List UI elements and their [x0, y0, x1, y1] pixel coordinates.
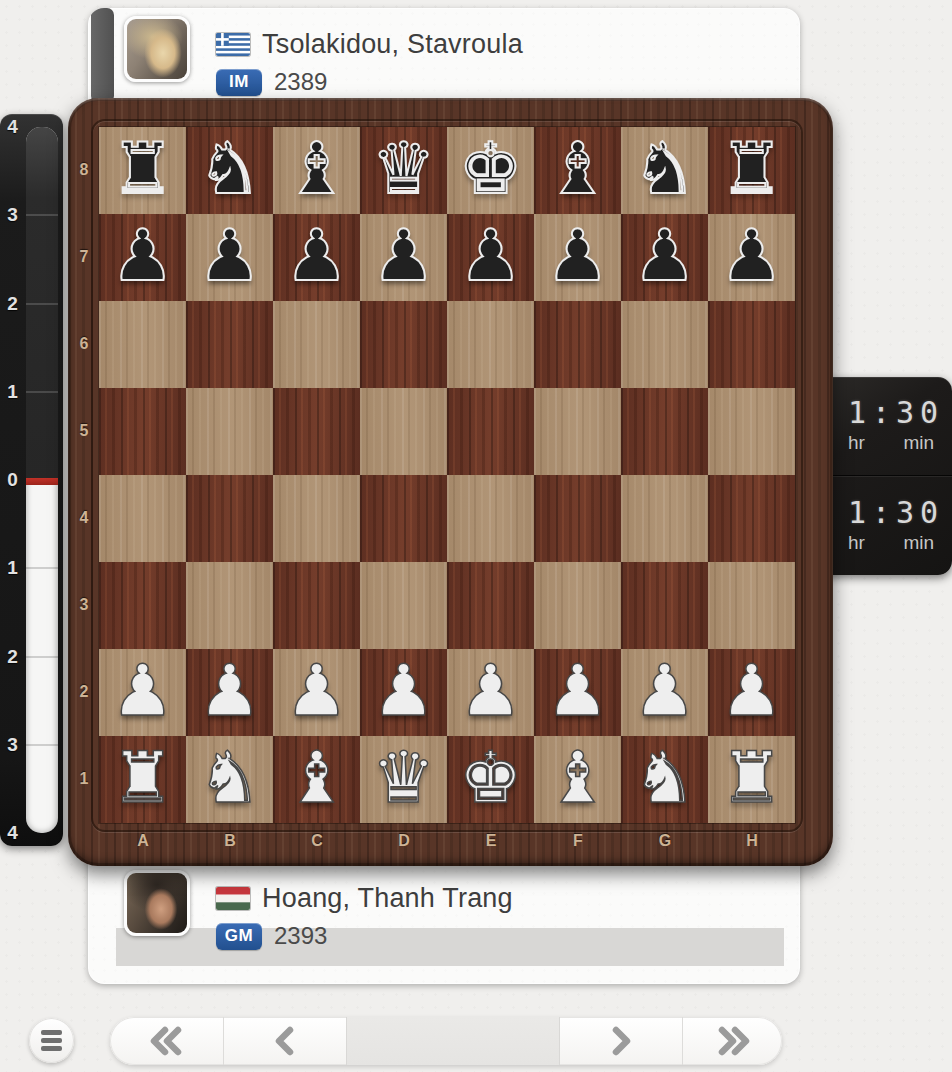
file-label-g: G — [655, 832, 675, 850]
eval-label-black-4: 4 — [2, 822, 23, 844]
square-d5 — [360, 388, 447, 475]
square-c1: ♝ — [273, 736, 360, 823]
board-grid: ♜♞♝♛♚♝♞♜♟♟♟♟♟♟♟♟♟♟♟♟♟♟♟♟♜♞♝♛♚♝♞♜ — [99, 127, 795, 823]
square-f6 — [534, 301, 621, 388]
square-f3 — [534, 562, 621, 649]
square-b7: ♟ — [186, 214, 273, 301]
square-e5 — [447, 388, 534, 475]
black-pawn: ♟ — [546, 220, 610, 296]
rank-label-5: 5 — [74, 422, 94, 440]
square-c6 — [273, 301, 360, 388]
black-queen: ♛ — [372, 133, 436, 209]
square-g2: ♟ — [621, 649, 708, 736]
square-b3 — [186, 562, 273, 649]
avatar-top-player — [124, 16, 190, 82]
square-a6 — [99, 301, 186, 388]
hungary-flag-icon — [216, 887, 250, 910]
black-pawn: ♟ — [285, 220, 349, 296]
eval-label-black-2: 2 — [2, 646, 23, 668]
clock-top-hr-label: hr — [848, 432, 865, 454]
first-move-button[interactable] — [110, 1017, 223, 1065]
top-player-title-badge: IM — [216, 69, 262, 96]
clock-top-min-label: min — [903, 432, 934, 454]
file-label-d: D — [394, 832, 414, 850]
square-h7: ♟ — [708, 214, 795, 301]
step-backward-icon — [270, 1025, 300, 1057]
rank-label-6: 6 — [74, 335, 94, 353]
bottom-player-title-badge: GM — [216, 923, 262, 950]
square-g5 — [621, 388, 708, 475]
eval-label-white-3: 3 — [2, 204, 23, 226]
step-forward-icon — [606, 1025, 636, 1057]
square-f1: ♝ — [534, 736, 621, 823]
clock-bottom-min-label: min — [903, 532, 934, 554]
file-label-f: F — [568, 832, 588, 850]
square-a7: ♟ — [99, 214, 186, 301]
white-queen: ♛ — [372, 742, 436, 818]
square-c7: ♟ — [273, 214, 360, 301]
square-d3 — [360, 562, 447, 649]
fast-forward-icon — [711, 1025, 755, 1057]
black-pawn: ♟ — [372, 220, 436, 296]
white-bishop: ♝ — [285, 742, 349, 818]
white-pawn: ♟ — [198, 655, 262, 731]
last-move-button[interactable] — [682, 1017, 782, 1065]
square-d4 — [360, 475, 447, 562]
gauge-tick — [26, 214, 58, 216]
square-c4 — [273, 475, 360, 562]
rank-label-3: 3 — [74, 596, 94, 614]
evaluation-gauge — [26, 127, 58, 833]
square-h6 — [708, 301, 795, 388]
square-f4 — [534, 475, 621, 562]
eval-label-white-1: 1 — [2, 381, 23, 403]
black-pawn: ♟ — [459, 220, 523, 296]
file-label-b: B — [220, 832, 240, 850]
top-player-name: Tsolakidou, Stavroula — [262, 29, 523, 60]
square-g3 — [621, 562, 708, 649]
square-a4 — [99, 475, 186, 562]
square-e7: ♟ — [447, 214, 534, 301]
file-label-c: C — [307, 832, 327, 850]
greece-flag-icon — [216, 33, 250, 56]
square-e3 — [447, 562, 534, 649]
gauge-tick — [26, 303, 58, 305]
clock-bottom-hr-label: hr — [848, 532, 865, 554]
square-a1: ♜ — [99, 736, 186, 823]
square-a5 — [99, 388, 186, 475]
square-d6 — [360, 301, 447, 388]
square-e6 — [447, 301, 534, 388]
white-rook: ♜ — [111, 742, 175, 818]
square-g1: ♞ — [621, 736, 708, 823]
square-g8: ♞ — [621, 127, 708, 214]
black-pawn: ♟ — [720, 220, 784, 296]
square-e2: ♟ — [447, 649, 534, 736]
white-pawn: ♟ — [720, 655, 784, 731]
file-label-e: E — [481, 832, 501, 850]
rank-label-2: 2 — [74, 683, 94, 701]
square-h8: ♜ — [708, 127, 795, 214]
clock-bottom-time: 1:30 — [824, 477, 952, 530]
square-c3 — [273, 562, 360, 649]
square-a8: ♜ — [99, 127, 186, 214]
white-bishop: ♝ — [546, 742, 610, 818]
gauge-zero-line — [26, 478, 58, 485]
black-knight: ♞ — [198, 133, 262, 209]
bottom-player-rating: 2393 — [274, 922, 327, 950]
square-d7: ♟ — [360, 214, 447, 301]
white-pawn: ♟ — [111, 655, 175, 731]
move-slider[interactable] — [346, 1017, 560, 1065]
square-c5 — [273, 388, 360, 475]
white-pawn: ♟ — [372, 655, 436, 731]
square-g7: ♟ — [621, 214, 708, 301]
black-king: ♚ — [459, 133, 523, 209]
rank-label-4: 4 — [74, 509, 94, 527]
gauge-tick — [26, 744, 58, 746]
gauge-tick — [26, 391, 58, 393]
square-f8: ♝ — [534, 127, 621, 214]
white-pawn: ♟ — [459, 655, 523, 731]
white-knight: ♞ — [198, 742, 262, 818]
next-move-button[interactable] — [560, 1017, 682, 1065]
eval-label-white-2: 2 — [2, 293, 23, 315]
square-e1: ♚ — [447, 736, 534, 823]
eval-label-0: 0 — [2, 469, 23, 491]
square-f7: ♟ — [534, 214, 621, 301]
black-pawn: ♟ — [633, 220, 697, 296]
white-king: ♚ — [459, 742, 523, 818]
square-d2: ♟ — [360, 649, 447, 736]
clock-bottom: 1:30 hr min — [824, 476, 952, 575]
black-knight: ♞ — [633, 133, 697, 209]
square-b2: ♟ — [186, 649, 273, 736]
eval-label-black-1: 1 — [2, 557, 23, 579]
menu-button[interactable] — [29, 1018, 74, 1063]
square-b4 — [186, 475, 273, 562]
move-navigation-bar — [110, 1017, 782, 1065]
square-b5 — [186, 388, 273, 475]
rank-label-8: 8 — [74, 161, 94, 179]
square-f2: ♟ — [534, 649, 621, 736]
square-e4 — [447, 475, 534, 562]
square-e8: ♚ — [447, 127, 534, 214]
file-label-a: A — [133, 832, 153, 850]
rank-label-7: 7 — [74, 248, 94, 266]
file-label-h: H — [742, 832, 762, 850]
black-pawn: ♟ — [198, 220, 262, 296]
gauge-tick — [26, 567, 58, 569]
square-h1: ♜ — [708, 736, 795, 823]
square-g6 — [621, 301, 708, 388]
black-bishop: ♝ — [546, 133, 610, 209]
avatar-photo — [127, 19, 187, 79]
card-drag-handle[interactable] — [91, 8, 114, 103]
square-d1: ♛ — [360, 736, 447, 823]
player-bar-bottom: Hoang, Thanh Trang GM 2393 — [216, 878, 776, 952]
evaluation-meter: 432101234 — [0, 114, 63, 846]
square-d8: ♛ — [360, 127, 447, 214]
square-a2: ♟ — [99, 649, 186, 736]
eval-label-white-4: 4 — [2, 116, 23, 138]
square-c8: ♝ — [273, 127, 360, 214]
square-h4 — [708, 475, 795, 562]
white-pawn: ♟ — [285, 655, 349, 731]
square-b6 — [186, 301, 273, 388]
rank-label-1: 1 — [74, 770, 94, 788]
square-b1: ♞ — [186, 736, 273, 823]
white-pawn: ♟ — [546, 655, 610, 731]
square-g4 — [621, 475, 708, 562]
black-rook: ♜ — [720, 133, 784, 209]
square-h5 — [708, 388, 795, 475]
square-b8: ♞ — [186, 127, 273, 214]
top-player-rating: 2389 — [274, 68, 327, 96]
square-h3 — [708, 562, 795, 649]
white-knight: ♞ — [633, 742, 697, 818]
clock-top-time: 1:30 — [824, 377, 952, 430]
clock-top: 1:30 hr min — [824, 377, 952, 476]
gauge-tick — [26, 656, 58, 658]
bottom-player-name: Hoang, Thanh Trang — [262, 883, 513, 914]
fast-backward-icon — [145, 1025, 189, 1057]
white-pawn: ♟ — [633, 655, 697, 731]
square-h2: ♟ — [708, 649, 795, 736]
black-rook: ♜ — [111, 133, 175, 209]
eval-label-black-3: 3 — [2, 734, 23, 756]
square-c2: ♟ — [273, 649, 360, 736]
avatar-bottom-player — [124, 870, 190, 936]
menu-icon — [41, 1030, 62, 1035]
black-bishop: ♝ — [285, 133, 349, 209]
black-pawn: ♟ — [111, 220, 175, 296]
live-game-viewer: Tsolakidou, Stavroula IM 2389 H — [0, 0, 952, 1072]
previous-move-button[interactable] — [223, 1017, 346, 1065]
white-rook: ♜ — [720, 742, 784, 818]
avatar-photo — [127, 873, 187, 933]
chess-board: ♜♞♝♛♚♝♞♜♟♟♟♟♟♟♟♟♟♟♟♟♟♟♟♟♜♞♝♛♚♝♞♜ 8765432… — [68, 98, 833, 866]
square-f5 — [534, 388, 621, 475]
dgt-clock: 1:30 hr min 1:30 hr min — [824, 377, 952, 575]
square-a3 — [99, 562, 186, 649]
player-bar-top: Tsolakidou, Stavroula IM 2389 — [216, 24, 776, 98]
